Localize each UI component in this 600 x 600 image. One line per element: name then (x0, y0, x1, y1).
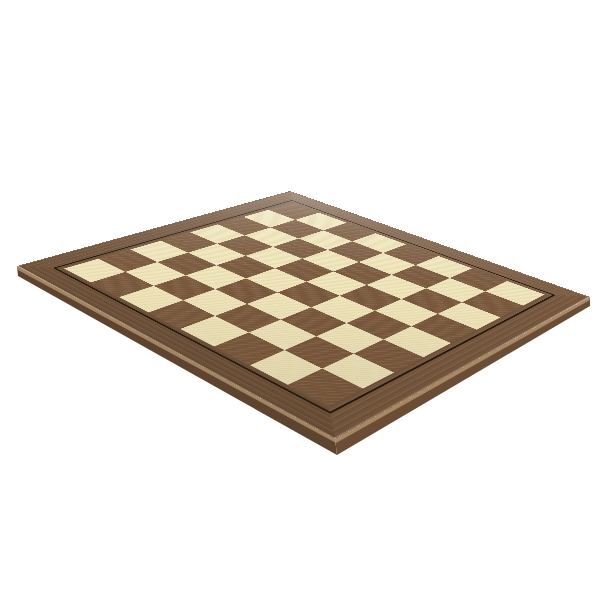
product-photo-stage (0, 0, 600, 600)
